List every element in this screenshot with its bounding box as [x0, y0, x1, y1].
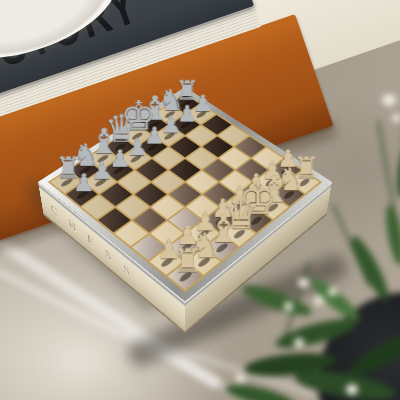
- plant-leaf: [346, 232, 394, 303]
- white-flower: [294, 338, 304, 347]
- white-flower: [314, 296, 324, 305]
- white-flower: [298, 278, 309, 288]
- plant: [200, 80, 400, 400]
- white-flower: [382, 94, 396, 106]
- photo-scene: PRINTWORKS IS A STORY PRINTWORKS ♜♞♝♛♚♝♞…: [0, 0, 400, 400]
- square-d5: [152, 171, 183, 193]
- plant-stem: [377, 121, 395, 210]
- white-flower: [392, 114, 400, 122]
- black-pawn: ♟: [61, 171, 106, 195]
- plant-leaf: [223, 380, 297, 400]
- white-flower: [346, 384, 358, 395]
- white-flower: [236, 374, 245, 383]
- white-flower: [328, 288, 337, 296]
- square-a1: ♜: [168, 263, 202, 290]
- plant-leaf: [395, 146, 400, 199]
- white-flower: [284, 302, 293, 311]
- plant-leaf: [383, 203, 400, 266]
